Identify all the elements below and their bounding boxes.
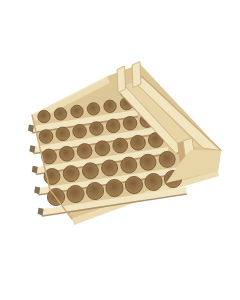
spice-hole: [71, 105, 83, 117]
spice-hole: [59, 146, 74, 161]
spice-hole: [67, 185, 84, 202]
spice-hole: [63, 166, 79, 182]
spice-hole: [82, 163, 98, 179]
spice-hole: [145, 173, 162, 190]
spice-hole: [106, 119, 120, 133]
divider-fin-back-right: [132, 62, 141, 88]
divider-fin-back-left: [117, 66, 126, 93]
left-edge-notch: [32, 166, 38, 174]
spice-hole: [95, 141, 110, 156]
spice-hole: [86, 182, 103, 199]
spice-hole: [113, 138, 128, 153]
left-edge-notch: [29, 145, 35, 153]
spice-hole: [159, 151, 175, 167]
spice-rack-illustration: [0, 0, 240, 300]
spice-hole: [125, 176, 142, 193]
spice-hole: [73, 124, 87, 138]
spice-hole: [106, 179, 123, 196]
spice-hole: [87, 103, 99, 115]
spice-hole: [90, 122, 104, 136]
left-edge-notch: [38, 208, 44, 216]
left-edge-notch: [34, 186, 40, 194]
left-edge-notch: [28, 124, 34, 132]
product-photo: [0, 0, 240, 300]
spice-hole: [140, 154, 156, 170]
spice-hole: [123, 116, 137, 130]
spice-hole: [38, 110, 50, 122]
spice-hole: [54, 108, 66, 120]
spice-hole: [77, 144, 92, 159]
spice-hole: [102, 160, 118, 176]
spice-hole: [39, 130, 53, 144]
spice-hole: [56, 127, 70, 141]
spice-hole: [121, 157, 137, 173]
spice-hole: [104, 100, 116, 112]
spice-hole: [131, 135, 146, 150]
